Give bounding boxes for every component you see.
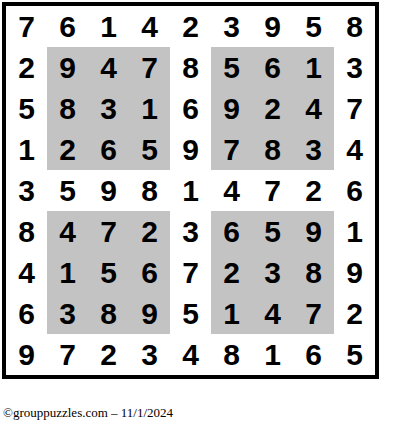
cell-r9c6[interactable]: 8 bbox=[211, 334, 256, 375]
cell-r4c5[interactable]: 9 bbox=[170, 129, 213, 172]
cell-r3c2[interactable]: 8 bbox=[47, 88, 90, 133]
cell-r7c1[interactable]: 4 bbox=[6, 252, 49, 295]
cell-r7c6[interactable]: 2 bbox=[211, 252, 256, 295]
cell-r1c8[interactable]: 5 bbox=[293, 6, 336, 49]
cell-r9c1[interactable]: 9 bbox=[6, 334, 49, 375]
cell-r1c5[interactable]: 2 bbox=[170, 6, 213, 49]
cell-r1c1[interactable]: 7 bbox=[6, 6, 49, 49]
cell-r3c9[interactable]: 7 bbox=[334, 88, 375, 133]
cell-r6c4[interactable]: 2 bbox=[129, 211, 172, 256]
cell-r5c2[interactable]: 5 bbox=[47, 170, 90, 213]
cell-r6c1[interactable]: 8 bbox=[6, 211, 49, 256]
cell-r9c8[interactable]: 6 bbox=[293, 334, 336, 375]
cell-r5c4[interactable]: 8 bbox=[129, 170, 172, 213]
cell-r2c8[interactable]: 1 bbox=[293, 47, 336, 90]
cell-r6c7[interactable]: 5 bbox=[252, 211, 295, 256]
cell-r7c9[interactable]: 9 bbox=[334, 252, 375, 295]
cell-r9c9[interactable]: 5 bbox=[334, 334, 375, 375]
cell-r6c3[interactable]: 7 bbox=[88, 211, 133, 256]
cell-r6c6[interactable]: 6 bbox=[211, 211, 256, 256]
cell-r3c4[interactable]: 1 bbox=[129, 88, 172, 133]
cell-r5c3[interactable]: 9 bbox=[88, 170, 133, 213]
cell-r8c9[interactable]: 2 bbox=[334, 293, 375, 336]
cell-r4c2[interactable]: 2 bbox=[47, 129, 90, 172]
cell-r7c3[interactable]: 5 bbox=[88, 252, 133, 295]
cell-r7c7[interactable]: 3 bbox=[252, 252, 295, 295]
cell-r7c2[interactable]: 1 bbox=[47, 252, 90, 295]
cell-r1c3[interactable]: 1 bbox=[88, 6, 133, 49]
cell-r8c3[interactable]: 8 bbox=[88, 293, 133, 336]
cell-r4c9[interactable]: 4 bbox=[334, 129, 375, 172]
cell-r9c2[interactable]: 7 bbox=[47, 334, 90, 375]
cell-r4c7[interactable]: 8 bbox=[252, 129, 295, 172]
cell-r6c2[interactable]: 4 bbox=[47, 211, 90, 256]
cell-r4c4[interactable]: 5 bbox=[129, 129, 172, 172]
cell-r9c3[interactable]: 2 bbox=[88, 334, 133, 375]
cell-r7c4[interactable]: 6 bbox=[129, 252, 172, 295]
cell-r3c5[interactable]: 6 bbox=[170, 88, 213, 133]
copyright-text: ©grouppuzzles.com – 11/1/2024 bbox=[3, 405, 173, 421]
cell-r7c5[interactable]: 7 bbox=[170, 252, 213, 295]
cell-r8c5[interactable]: 5 bbox=[170, 293, 213, 336]
cell-r8c7[interactable]: 4 bbox=[252, 293, 295, 336]
cell-r8c4[interactable]: 9 bbox=[129, 293, 172, 336]
cell-r6c9[interactable]: 1 bbox=[334, 211, 375, 256]
cell-r8c8[interactable]: 7 bbox=[293, 293, 336, 336]
cell-r3c7[interactable]: 2 bbox=[252, 88, 295, 133]
cell-r1c2[interactable]: 6 bbox=[47, 6, 90, 49]
cell-r5c1[interactable]: 3 bbox=[6, 170, 49, 213]
cell-r8c2[interactable]: 3 bbox=[47, 293, 90, 336]
cell-r5c8[interactable]: 2 bbox=[293, 170, 336, 213]
cell-r6c5[interactable]: 3 bbox=[170, 211, 213, 256]
cell-r2c4[interactable]: 7 bbox=[129, 47, 172, 90]
cell-r4c1[interactable]: 1 bbox=[6, 129, 49, 172]
cell-r2c7[interactable]: 6 bbox=[252, 47, 295, 90]
cell-r4c8[interactable]: 3 bbox=[293, 129, 336, 172]
cell-r5c5[interactable]: 1 bbox=[170, 170, 213, 213]
cell-r9c4[interactable]: 3 bbox=[129, 334, 172, 375]
cell-r3c8[interactable]: 4 bbox=[293, 88, 336, 133]
cell-r5c7[interactable]: 7 bbox=[252, 170, 295, 213]
cell-r5c6[interactable]: 4 bbox=[211, 170, 256, 213]
cell-r2c5[interactable]: 8 bbox=[170, 47, 213, 90]
cell-r9c5[interactable]: 4 bbox=[170, 334, 213, 375]
cell-r8c6[interactable]: 1 bbox=[211, 293, 256, 336]
cell-r8c1[interactable]: 6 bbox=[6, 293, 49, 336]
cell-r2c9[interactable]: 3 bbox=[334, 47, 375, 90]
cell-r2c3[interactable]: 4 bbox=[88, 47, 133, 90]
cell-r9c7[interactable]: 1 bbox=[252, 334, 295, 375]
cell-r1c7[interactable]: 9 bbox=[252, 6, 295, 49]
cell-r4c3[interactable]: 6 bbox=[88, 129, 133, 172]
sudoku-board: 7614239582947856135831692471265978343598… bbox=[2, 2, 379, 379]
cell-r3c1[interactable]: 5 bbox=[6, 88, 49, 133]
cell-r5c9[interactable]: 6 bbox=[334, 170, 375, 213]
cell-r4c6[interactable]: 7 bbox=[211, 129, 256, 172]
cell-r1c9[interactable]: 8 bbox=[334, 6, 375, 49]
cell-r1c4[interactable]: 4 bbox=[129, 6, 172, 49]
cell-r2c1[interactable]: 2 bbox=[6, 47, 49, 90]
cell-r2c2[interactable]: 9 bbox=[47, 47, 90, 90]
cell-r6c8[interactable]: 9 bbox=[293, 211, 336, 256]
cell-r3c3[interactable]: 3 bbox=[88, 88, 133, 133]
cell-r2c6[interactable]: 5 bbox=[211, 47, 256, 90]
cell-r1c6[interactable]: 3 bbox=[211, 6, 256, 49]
cell-r7c8[interactable]: 8 bbox=[293, 252, 336, 295]
cell-r3c6[interactable]: 9 bbox=[211, 88, 256, 133]
